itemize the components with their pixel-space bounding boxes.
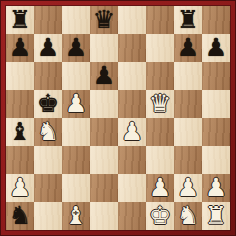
square-g1[interactable]: ♞ — [174, 202, 202, 230]
square-e4[interactable]: ♟ — [118, 118, 146, 146]
square-c8[interactable] — [62, 6, 90, 34]
square-g5[interactable] — [174, 90, 202, 118]
piece-black-pawn[interactable]: ♟ — [177, 34, 199, 62]
square-h4[interactable] — [202, 118, 230, 146]
square-e6[interactable] — [118, 62, 146, 90]
square-f8[interactable] — [146, 6, 174, 34]
piece-white-queen[interactable]: ♛ — [149, 90, 171, 118]
square-a2[interactable]: ♟ — [6, 174, 34, 202]
square-d4[interactable] — [90, 118, 118, 146]
square-f2[interactable]: ♟ — [146, 174, 174, 202]
chess-board-frame: ♜♛♜♟♟♟♟♟♟♚♟♛♝♞♟♟♟♟♟♞♝♚♞♜ — [0, 0, 236, 236]
square-b7[interactable]: ♟ — [34, 34, 62, 62]
piece-white-bishop[interactable]: ♝ — [65, 202, 87, 230]
square-g7[interactable]: ♟ — [174, 34, 202, 62]
square-h8[interactable] — [202, 6, 230, 34]
piece-white-rook[interactable]: ♜ — [205, 202, 227, 230]
piece-white-knight[interactable]: ♞ — [37, 118, 59, 146]
square-h1[interactable]: ♜ — [202, 202, 230, 230]
square-d1[interactable] — [90, 202, 118, 230]
square-d6[interactable]: ♟ — [90, 62, 118, 90]
square-g3[interactable] — [174, 146, 202, 174]
square-a5[interactable] — [6, 90, 34, 118]
piece-black-pawn[interactable]: ♟ — [205, 34, 227, 62]
square-c6[interactable] — [62, 62, 90, 90]
square-d2[interactable] — [90, 174, 118, 202]
piece-white-pawn[interactable]: ♟ — [65, 90, 87, 118]
square-h7[interactable]: ♟ — [202, 34, 230, 62]
square-g6[interactable] — [174, 62, 202, 90]
square-b5[interactable]: ♚ — [34, 90, 62, 118]
square-e7[interactable] — [118, 34, 146, 62]
square-c7[interactable]: ♟ — [62, 34, 90, 62]
piece-black-knight[interactable]: ♞ — [9, 202, 31, 230]
piece-black-king[interactable]: ♚ — [37, 90, 59, 118]
square-h6[interactable] — [202, 62, 230, 90]
square-d3[interactable] — [90, 146, 118, 174]
square-d8[interactable]: ♛ — [90, 6, 118, 34]
square-c2[interactable] — [62, 174, 90, 202]
piece-black-rook[interactable]: ♜ — [177, 6, 199, 34]
square-g2[interactable]: ♟ — [174, 174, 202, 202]
piece-white-pawn[interactable]: ♟ — [205, 174, 227, 202]
piece-white-pawn[interactable]: ♟ — [121, 118, 143, 146]
piece-black-bishop[interactable]: ♝ — [9, 118, 31, 146]
square-b8[interactable] — [34, 6, 62, 34]
piece-black-pawn[interactable]: ♟ — [65, 34, 87, 62]
square-f7[interactable] — [146, 34, 174, 62]
square-b6[interactable] — [34, 62, 62, 90]
square-a4[interactable]: ♝ — [6, 118, 34, 146]
square-e3[interactable] — [118, 146, 146, 174]
square-e1[interactable] — [118, 202, 146, 230]
square-b4[interactable]: ♞ — [34, 118, 62, 146]
square-f4[interactable] — [146, 118, 174, 146]
square-e8[interactable] — [118, 6, 146, 34]
piece-white-pawn[interactable]: ♟ — [149, 174, 171, 202]
square-c4[interactable] — [62, 118, 90, 146]
piece-black-rook[interactable]: ♜ — [9, 6, 31, 34]
square-b1[interactable] — [34, 202, 62, 230]
piece-white-pawn[interactable]: ♟ — [177, 174, 199, 202]
piece-black-pawn[interactable]: ♟ — [9, 34, 31, 62]
square-h5[interactable] — [202, 90, 230, 118]
square-a8[interactable]: ♜ — [6, 6, 34, 34]
square-h2[interactable]: ♟ — [202, 174, 230, 202]
square-h3[interactable] — [202, 146, 230, 174]
square-a3[interactable] — [6, 146, 34, 174]
square-a1[interactable]: ♞ — [6, 202, 34, 230]
chess-board: ♜♛♜♟♟♟♟♟♟♚♟♛♝♞♟♟♟♟♟♞♝♚♞♜ — [6, 6, 230, 230]
square-c3[interactable] — [62, 146, 90, 174]
square-e2[interactable] — [118, 174, 146, 202]
square-d5[interactable] — [90, 90, 118, 118]
square-c5[interactable]: ♟ — [62, 90, 90, 118]
square-e5[interactable] — [118, 90, 146, 118]
piece-white-king[interactable]: ♚ — [149, 202, 171, 230]
square-g4[interactable] — [174, 118, 202, 146]
square-d7[interactable] — [90, 34, 118, 62]
square-g8[interactable]: ♜ — [174, 6, 202, 34]
square-a7[interactable]: ♟ — [6, 34, 34, 62]
square-f6[interactable] — [146, 62, 174, 90]
piece-white-pawn[interactable]: ♟ — [9, 174, 31, 202]
piece-black-pawn[interactable]: ♟ — [37, 34, 59, 62]
square-a6[interactable] — [6, 62, 34, 90]
square-f1[interactable]: ♚ — [146, 202, 174, 230]
square-c1[interactable]: ♝ — [62, 202, 90, 230]
square-b2[interactable] — [34, 174, 62, 202]
piece-white-knight[interactable]: ♞ — [177, 202, 199, 230]
piece-black-pawn[interactable]: ♟ — [93, 62, 115, 90]
square-b3[interactable] — [34, 146, 62, 174]
square-f5[interactable]: ♛ — [146, 90, 174, 118]
square-f3[interactable] — [146, 146, 174, 174]
piece-black-queen[interactable]: ♛ — [93, 6, 115, 34]
